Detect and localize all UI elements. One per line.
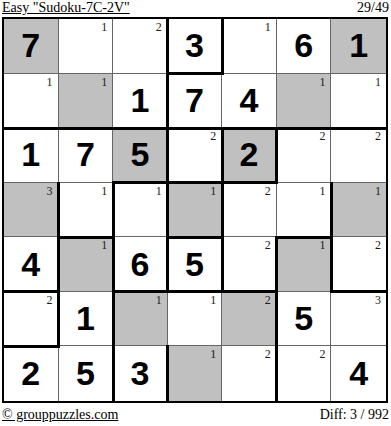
cell-r7c4[interactable]: 1 xyxy=(168,346,223,401)
given-digit: 5 xyxy=(277,292,331,346)
cell-r5c2[interactable]: 1 xyxy=(59,237,114,292)
cell-r6c3[interactable]: 1 xyxy=(113,292,168,347)
hint-number: 1 xyxy=(101,75,107,90)
hint-number: 3 xyxy=(375,293,381,308)
cell-r6c1[interactable]: 2 xyxy=(4,292,59,347)
cell-r2c1[interactable]: 1 xyxy=(4,74,59,129)
copyright-link[interactable]: © grouppuzzles.com xyxy=(2,407,118,423)
cells-remaining-counter: 29/49 xyxy=(357,0,389,15)
given-digit: 7 xyxy=(168,74,222,128)
cell-r4c4[interactable]: 1 xyxy=(168,183,223,238)
cell-r3c3: 5 xyxy=(113,128,168,183)
cell-r3c5: 2 xyxy=(222,128,277,183)
given-digit: 5 xyxy=(59,346,113,401)
given-digit: 1 xyxy=(4,128,58,182)
cell-r7c7: 4 xyxy=(331,346,386,401)
hint-number: 1 xyxy=(319,238,325,253)
header: Easy "Sudoku-7C-2V" 29/49 xyxy=(2,0,389,17)
given-digit: 1 xyxy=(331,19,386,73)
cell-r3c7[interactable]: 2 xyxy=(331,128,386,183)
cell-r4c7[interactable]: 1 xyxy=(331,183,386,238)
hint-number: 2 xyxy=(156,20,162,35)
given-digit: 3 xyxy=(113,346,167,401)
cell-r1c2[interactable]: 1 xyxy=(59,19,114,74)
cell-r2c5: 4 xyxy=(222,74,277,129)
given-digit: 4 xyxy=(4,237,58,291)
cell-r4c5[interactable]: 2 xyxy=(222,183,277,238)
cell-r6c7[interactable]: 3 xyxy=(331,292,386,347)
cell-r4c3[interactable]: 1 xyxy=(113,183,168,238)
hint-number: 2 xyxy=(265,184,271,199)
hint-number: 1 xyxy=(101,20,107,35)
cell-r5c5[interactable]: 2 xyxy=(222,237,277,292)
cell-r3c1: 1 xyxy=(4,128,59,183)
cell-r2c7[interactable]: 1 xyxy=(331,74,386,129)
cell-r1c5[interactable]: 1 xyxy=(222,19,277,74)
cell-r4c1[interactable]: 3 xyxy=(4,183,59,238)
given-digit: 6 xyxy=(113,237,167,291)
cell-r4c6[interactable]: 1 xyxy=(277,183,332,238)
cell-r7c6[interactable]: 2 xyxy=(277,346,332,401)
cell-r7c2: 5 xyxy=(59,346,114,401)
cell-r2c3: 1 xyxy=(113,74,168,129)
cell-r3c2: 7 xyxy=(59,128,114,183)
cell-r1c1: 7 xyxy=(4,19,59,74)
given-digit: 1 xyxy=(113,74,167,128)
hint-number: 2 xyxy=(319,347,325,362)
hint-number: 1 xyxy=(101,184,107,199)
given-digit: 1 xyxy=(59,292,113,346)
given-digit: 3 xyxy=(168,19,222,73)
cell-r5c1: 4 xyxy=(4,237,59,292)
given-digit: 7 xyxy=(4,19,58,73)
cell-r5c7[interactable]: 2 xyxy=(331,237,386,292)
hint-number: 2 xyxy=(210,129,216,144)
cell-r2c4: 7 xyxy=(168,74,223,129)
cell-r6c4[interactable]: 1 xyxy=(168,292,223,347)
cell-r1c4: 3 xyxy=(168,19,223,74)
hint-number: 1 xyxy=(210,293,216,308)
hint-number: 1 xyxy=(210,347,216,362)
hint-number: 2 xyxy=(47,293,53,308)
given-digit: 7 xyxy=(59,128,113,182)
hint-number: 1 xyxy=(210,184,216,199)
hint-number: 1 xyxy=(156,293,162,308)
hint-number: 1 xyxy=(375,75,381,90)
cell-r2c6[interactable]: 1 xyxy=(277,74,332,129)
hint-number: 1 xyxy=(265,20,271,35)
hint-number: 2 xyxy=(265,293,271,308)
given-digit: 2 xyxy=(222,128,276,182)
cell-r1c7: 1 xyxy=(331,19,386,74)
cell-r6c2: 1 xyxy=(59,292,114,347)
cell-r6c5[interactable]: 2 xyxy=(222,292,277,347)
hint-number: 1 xyxy=(319,75,325,90)
cell-r5c3: 6 xyxy=(113,237,168,292)
given-digit: 5 xyxy=(168,237,222,291)
given-digit: 2 xyxy=(4,346,58,401)
puzzle-title-link[interactable]: Easy "Sudoku-7C-2V" xyxy=(2,0,130,15)
hint-number: 2 xyxy=(265,347,271,362)
puzzle-page: Easy "Sudoku-7C-2V" 29/49 71231611117411… xyxy=(0,0,391,426)
cell-r1c6: 6 xyxy=(277,19,332,74)
hint-number: 2 xyxy=(265,238,271,253)
hint-number: 1 xyxy=(47,75,53,90)
hint-number: 3 xyxy=(47,184,53,199)
cell-r4c2[interactable]: 1 xyxy=(59,183,114,238)
cell-r7c1: 2 xyxy=(4,346,59,401)
cell-r1c3[interactable]: 2 xyxy=(113,19,168,74)
cell-r7c5[interactable]: 2 xyxy=(222,346,277,401)
cell-r6c6: 5 xyxy=(277,292,332,347)
cell-r7c3: 3 xyxy=(113,346,168,401)
hint-number: 2 xyxy=(375,129,381,144)
hint-number: 1 xyxy=(101,238,107,253)
hint-number: 1 xyxy=(375,184,381,199)
hint-number: 1 xyxy=(319,184,325,199)
given-digit: 4 xyxy=(222,74,276,128)
given-digit: 4 xyxy=(331,346,386,401)
sudoku-board: 7123161111741117522223111211416521221112… xyxy=(2,17,388,403)
hint-number: 2 xyxy=(375,238,381,253)
difficulty-label: Diff: 3 / 992 xyxy=(320,407,389,423)
given-digit: 6 xyxy=(277,19,331,73)
hint-number: 2 xyxy=(319,129,325,144)
cell-r3c6[interactable]: 2 xyxy=(277,128,332,183)
cell-r3c4[interactable]: 2 xyxy=(168,128,223,183)
cell-r5c4: 5 xyxy=(168,237,223,292)
cell-r2c2[interactable]: 1 xyxy=(59,74,114,129)
given-digit: 5 xyxy=(113,128,167,182)
footer: © grouppuzzles.com Diff: 3 / 992 xyxy=(2,404,389,426)
cell-r5c6[interactable]: 1 xyxy=(277,237,332,292)
hint-number: 1 xyxy=(156,184,162,199)
